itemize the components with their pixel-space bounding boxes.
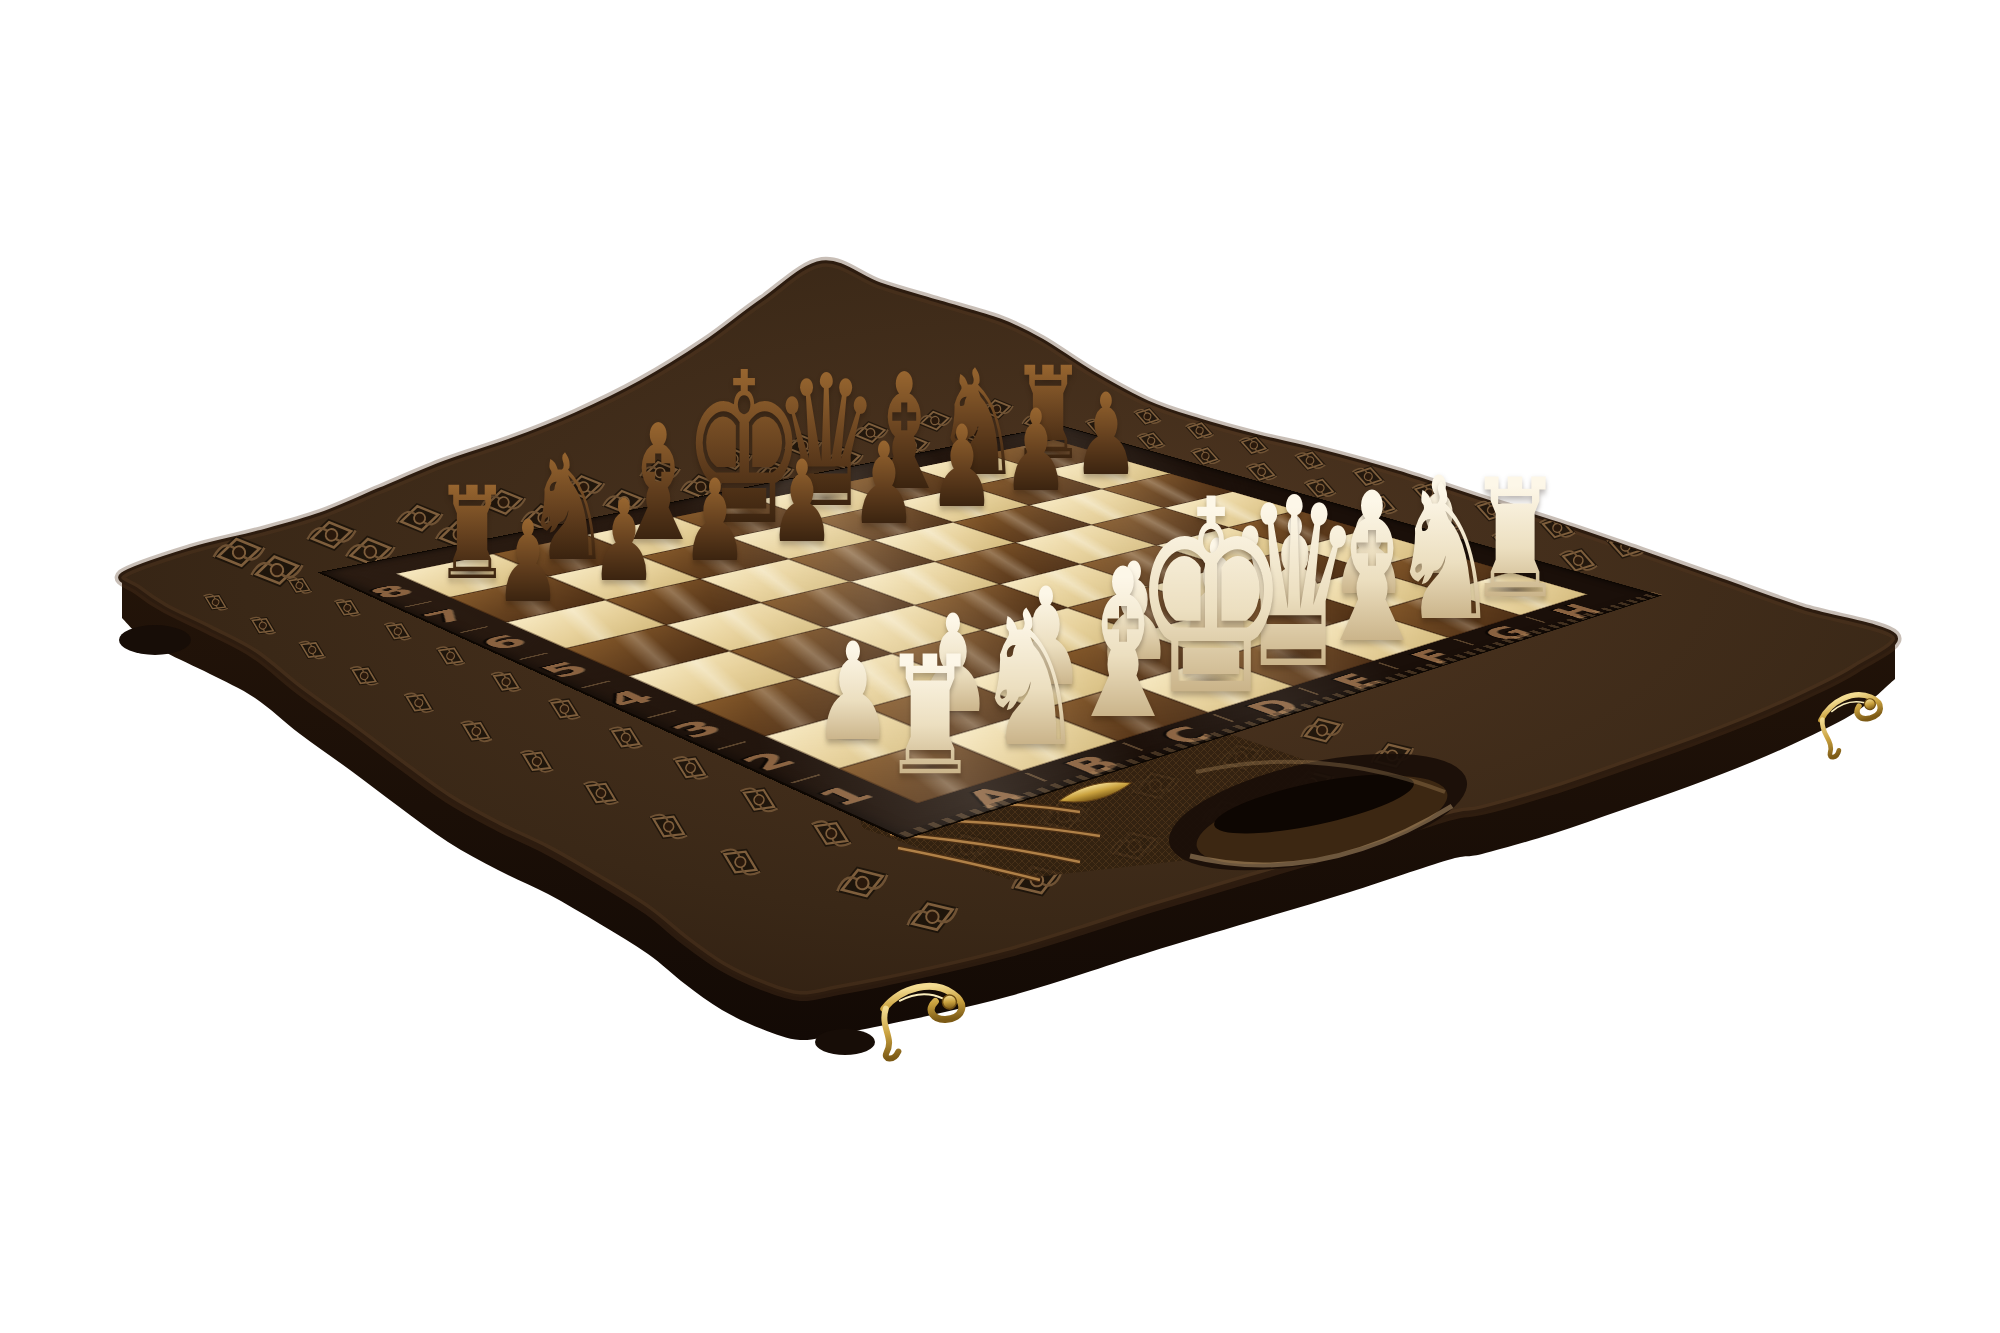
wooden-foot-left	[119, 625, 191, 655]
product-photo-stage: ABCDEFGH12345678 ♜♞♟♝♟♛♟♚♟♝♟♞♟♟♜♟♟♜♟♟♞♟♝…	[0, 0, 2000, 1333]
wooden-foot-front	[815, 1029, 875, 1055]
gilded-leaf-left	[583, 935, 618, 950]
